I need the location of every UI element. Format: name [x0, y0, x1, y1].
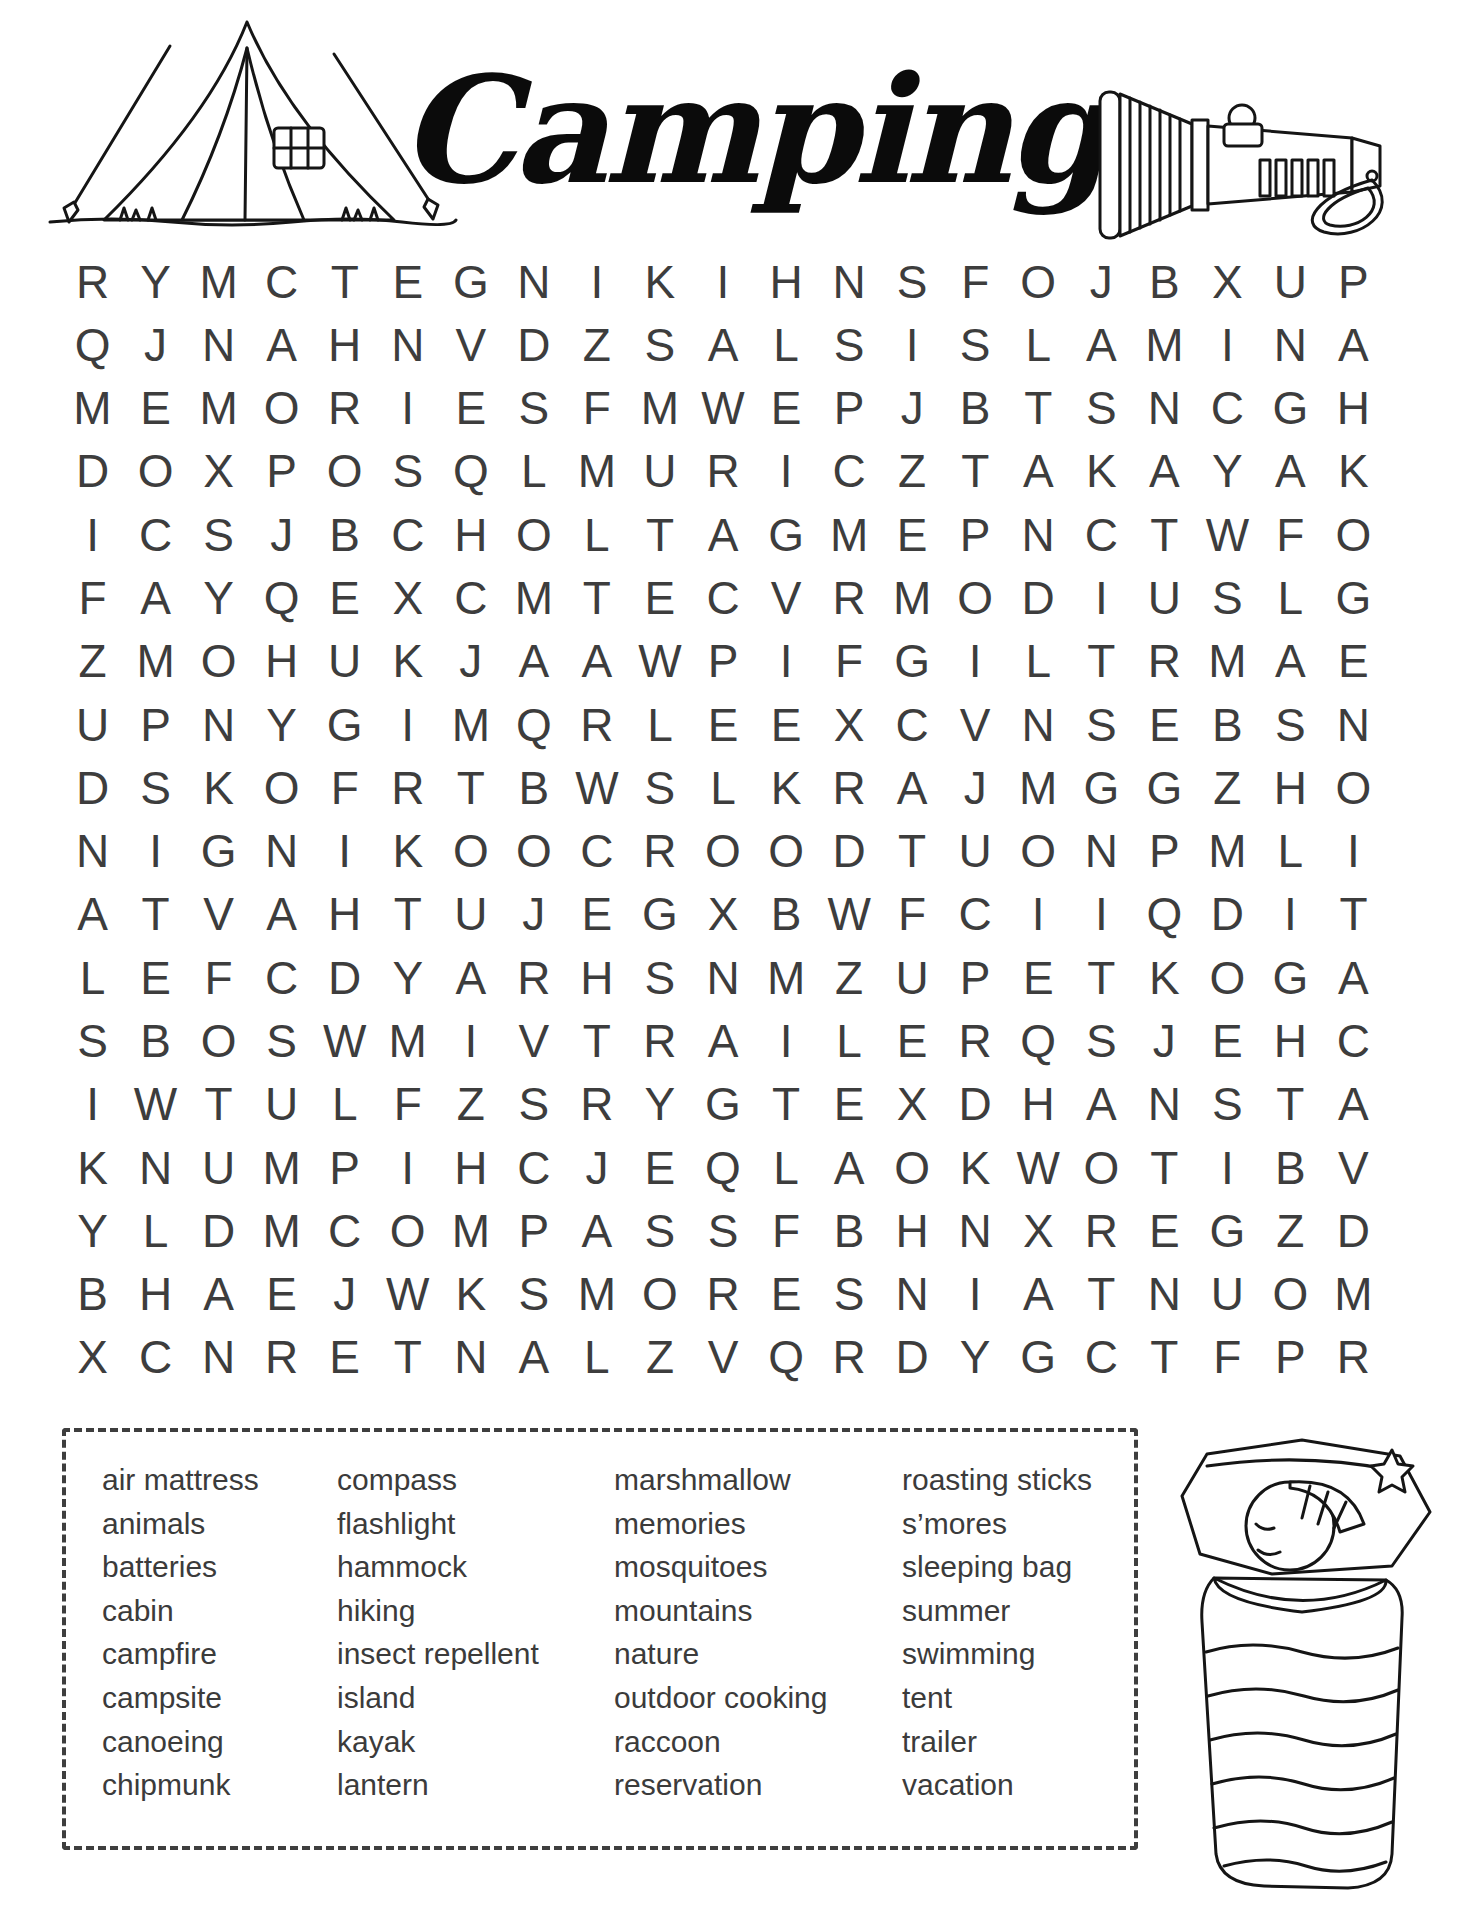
grid-cell-r11c5: H: [313, 883, 376, 946]
word-list-item: chipmunk: [102, 1763, 259, 1807]
grid-cell-r6c7: C: [439, 566, 502, 629]
grid-cell-r16c17: R: [1070, 1199, 1133, 1262]
grid-cell-r16c12: F: [755, 1199, 818, 1262]
word-list-item: air mattress: [102, 1458, 259, 1502]
grid-cell-r1c2: Y: [124, 250, 187, 313]
grid-cell-r16c8: P: [502, 1199, 565, 1262]
grid-cell-r13c2: B: [124, 1009, 187, 1072]
letter-grid: RYMCTEGNIKIHNSFOJBXUPQJNAHNVDZSALSISLAMI…: [61, 250, 1385, 1389]
word-list-item: nature: [614, 1632, 828, 1676]
grid-cell-r16c15: N: [944, 1199, 1007, 1262]
grid-cell-r6c18: U: [1133, 566, 1196, 629]
grid-cell-r6c15: O: [944, 566, 1007, 629]
grid-cell-r7c21: E: [1322, 630, 1385, 693]
grid-cell-r9c7: T: [439, 756, 502, 819]
grid-cell-r3c3: M: [187, 377, 250, 440]
grid-cell-r1c10: K: [628, 250, 691, 313]
grid-cell-r16c1: Y: [61, 1199, 124, 1262]
grid-cell-r6c1: F: [61, 566, 124, 629]
word-list-item: trailer: [902, 1720, 1092, 1764]
grid-cell-r3c13: P: [818, 377, 881, 440]
word-list-item: insect repellent: [337, 1632, 539, 1676]
grid-cell-r1c21: P: [1322, 250, 1385, 313]
grid-cell-r6c2: A: [124, 566, 187, 629]
grid-cell-r17c18: N: [1133, 1262, 1196, 1325]
grid-cell-r9c17: G: [1070, 756, 1133, 819]
grid-cell-r15c17: O: [1070, 1136, 1133, 1199]
grid-cell-r11c19: D: [1196, 883, 1259, 946]
grid-cell-r6c5: E: [313, 566, 376, 629]
grid-cell-r1c15: F: [944, 250, 1007, 313]
grid-cell-r12c6: Y: [376, 946, 439, 1009]
word-list-item: vacation: [902, 1763, 1092, 1807]
grid-cell-r2c6: N: [376, 313, 439, 376]
grid-cell-r2c14: I: [881, 313, 944, 376]
grid-cell-r4c7: Q: [439, 440, 502, 503]
grid-cell-r14c5: L: [313, 1073, 376, 1136]
grid-cell-r16c21: D: [1322, 1199, 1385, 1262]
grid-cell-r7c6: K: [376, 630, 439, 693]
word-list-item: batteries: [102, 1545, 259, 1589]
grid-cell-r5c2: C: [124, 503, 187, 566]
grid-cell-r10c14: T: [881, 820, 944, 883]
grid-cell-r11c4: A: [250, 883, 313, 946]
grid-cell-r6c17: I: [1070, 566, 1133, 629]
word-list-item: canoeing: [102, 1720, 259, 1764]
grid-cell-r10c2: I: [124, 820, 187, 883]
grid-cell-r13c18: J: [1133, 1009, 1196, 1072]
grid-cell-r15c20: B: [1259, 1136, 1322, 1199]
grid-cell-r8c15: V: [944, 693, 1007, 756]
grid-cell-r16c20: Z: [1259, 1199, 1322, 1262]
grid-cell-r15c6: I: [376, 1136, 439, 1199]
grid-cell-r10c11: O: [691, 820, 754, 883]
grid-cell-r9c21: O: [1322, 756, 1385, 819]
sleeping-bag-illustration: [1152, 1426, 1452, 1896]
grid-cell-r2c20: N: [1259, 313, 1322, 376]
grid-cell-r5c15: P: [944, 503, 1007, 566]
grid-cell-r14c2: W: [124, 1073, 187, 1136]
word-list-item: outdoor cooking: [614, 1676, 828, 1720]
grid-cell-r2c21: A: [1322, 313, 1385, 376]
grid-cell-r15c18: T: [1133, 1136, 1196, 1199]
grid-cell-r11c18: Q: [1133, 883, 1196, 946]
grid-cell-r4c16: A: [1007, 440, 1070, 503]
word-list-item: campsite: [102, 1676, 259, 1720]
page-title: Camping: [445, 22, 1060, 237]
grid-cell-r2c5: H: [313, 313, 376, 376]
grid-cell-r17c13: S: [818, 1262, 881, 1325]
grid-cell-r4c21: K: [1322, 440, 1385, 503]
grid-cell-r13c4: S: [250, 1009, 313, 1072]
grid-cell-r13c3: O: [187, 1009, 250, 1072]
grid-cell-r10c9: C: [565, 820, 628, 883]
grid-cell-r3c7: E: [439, 377, 502, 440]
grid-cell-r16c6: O: [376, 1199, 439, 1262]
grid-cell-r3c6: I: [376, 377, 439, 440]
grid-cell-r17c14: N: [881, 1262, 944, 1325]
grid-cell-r9c14: A: [881, 756, 944, 819]
word-list-item: tent: [902, 1676, 1092, 1720]
grid-cell-r17c16: A: [1007, 1262, 1070, 1325]
grid-cell-r14c10: Y: [628, 1073, 691, 1136]
grid-cell-r6c9: T: [565, 566, 628, 629]
grid-cell-r14c18: N: [1133, 1073, 1196, 1136]
grid-cell-r15c7: H: [439, 1136, 502, 1199]
grid-cell-r12c18: K: [1133, 946, 1196, 1009]
grid-cell-r15c8: C: [502, 1136, 565, 1199]
grid-cell-r1c19: X: [1196, 250, 1259, 313]
grid-cell-r8c13: X: [818, 693, 881, 756]
grid-cell-r9c2: S: [124, 756, 187, 819]
grid-cell-r3c2: E: [124, 377, 187, 440]
grid-cell-r17c15: I: [944, 1262, 1007, 1325]
word-column-3: marshmallowmemoriesmosquitoesmountainsna…: [614, 1458, 828, 1807]
grid-cell-r14c16: H: [1007, 1073, 1070, 1136]
grid-cell-r16c7: M: [439, 1199, 502, 1262]
grid-cell-r18c15: Y: [944, 1326, 1007, 1389]
grid-cell-r3c19: C: [1196, 377, 1259, 440]
grid-cell-r8c3: N: [187, 693, 250, 756]
grid-cell-r14c20: T: [1259, 1073, 1322, 1136]
word-list-item: island: [337, 1676, 539, 1720]
grid-cell-r4c20: A: [1259, 440, 1322, 503]
grid-cell-r7c9: A: [565, 630, 628, 693]
grid-cell-r18c11: V: [691, 1326, 754, 1389]
grid-cell-r1c14: S: [881, 250, 944, 313]
grid-cell-r17c17: T: [1070, 1262, 1133, 1325]
word-list-item: lantern: [337, 1763, 539, 1807]
grid-cell-r10c15: U: [944, 820, 1007, 883]
grid-cell-r2c7: V: [439, 313, 502, 376]
grid-cell-r18c7: N: [439, 1326, 502, 1389]
grid-cell-r18c16: G: [1007, 1326, 1070, 1389]
grid-cell-r16c19: G: [1196, 1199, 1259, 1262]
grid-cell-r2c2: J: [124, 313, 187, 376]
grid-cell-r14c1: I: [61, 1073, 124, 1136]
grid-cell-r14c8: S: [502, 1073, 565, 1136]
grid-cell-r12c17: T: [1070, 946, 1133, 1009]
grid-cell-r5c12: G: [755, 503, 818, 566]
grid-cell-r6c13: R: [818, 566, 881, 629]
grid-cell-r15c9: J: [565, 1136, 628, 1199]
grid-cell-r16c5: C: [313, 1199, 376, 1262]
grid-cell-r7c1: Z: [61, 630, 124, 693]
grid-cell-r16c9: A: [565, 1199, 628, 1262]
grid-cell-r2c4: A: [250, 313, 313, 376]
grid-cell-r2c3: N: [187, 313, 250, 376]
grid-cell-r10c1: N: [61, 820, 124, 883]
grid-cell-r11c20: I: [1259, 883, 1322, 946]
grid-cell-r5c13: M: [818, 503, 881, 566]
word-list-item: raccoon: [614, 1720, 828, 1764]
word-column-2: compassflashlighthammockhikinginsect rep…: [337, 1458, 539, 1807]
grid-cell-r18c21: R: [1322, 1326, 1385, 1389]
grid-cell-r1c6: E: [376, 250, 439, 313]
grid-cell-r1c3: M: [187, 250, 250, 313]
grid-cell-r14c15: D: [944, 1073, 1007, 1136]
grid-cell-r11c7: U: [439, 883, 502, 946]
word-column-4: roasting stickss’moressleeping bagsummer…: [902, 1458, 1092, 1807]
grid-cell-r7c8: A: [502, 630, 565, 693]
grid-cell-r12c19: O: [1196, 946, 1259, 1009]
grid-cell-r13c20: H: [1259, 1009, 1322, 1072]
grid-cell-r7c4: H: [250, 630, 313, 693]
grid-cell-r7c17: T: [1070, 630, 1133, 693]
grid-cell-r4c10: U: [628, 440, 691, 503]
grid-cell-r10c4: N: [250, 820, 313, 883]
grid-cell-r15c11: Q: [691, 1136, 754, 1199]
grid-cell-r8c18: E: [1133, 693, 1196, 756]
grid-cell-r4c9: M: [565, 440, 628, 503]
grid-cell-r10c3: G: [187, 820, 250, 883]
grid-cell-r12c9: H: [565, 946, 628, 1009]
grid-cell-r10c7: O: [439, 820, 502, 883]
word-list-item: roasting sticks: [902, 1458, 1092, 1502]
word-list-item: flashlight: [337, 1502, 539, 1546]
grid-cell-r11c10: G: [628, 883, 691, 946]
grid-cell-r10c21: I: [1322, 820, 1385, 883]
grid-cell-r6c16: D: [1007, 566, 1070, 629]
grid-cell-r15c12: L: [755, 1136, 818, 1199]
grid-cell-r17c9: M: [565, 1262, 628, 1325]
grid-cell-r13c21: C: [1322, 1009, 1385, 1072]
grid-cell-r1c7: G: [439, 250, 502, 313]
grid-cell-r9c4: O: [250, 756, 313, 819]
grid-cell-r12c11: N: [691, 946, 754, 1009]
grid-cell-r16c11: S: [691, 1199, 754, 1262]
grid-cell-r17c8: S: [502, 1262, 565, 1325]
grid-cell-r3c4: O: [250, 377, 313, 440]
grid-cell-r10c10: R: [628, 820, 691, 883]
grid-cell-r8c4: Y: [250, 693, 313, 756]
grid-cell-r11c21: T: [1322, 883, 1385, 946]
grid-cell-r9c16: M: [1007, 756, 1070, 819]
grid-cell-r11c11: X: [691, 883, 754, 946]
grid-cell-r12c12: M: [755, 946, 818, 1009]
word-list-item: compass: [337, 1458, 539, 1502]
grid-cell-r7c5: U: [313, 630, 376, 693]
grid-cell-r16c14: H: [881, 1199, 944, 1262]
grid-cell-r13c13: L: [818, 1009, 881, 1072]
grid-cell-r3c16: T: [1007, 377, 1070, 440]
grid-cell-r18c9: L: [565, 1326, 628, 1389]
grid-cell-r14c9: R: [565, 1073, 628, 1136]
grid-cell-r7c11: P: [691, 630, 754, 693]
grid-cell-r8c6: I: [376, 693, 439, 756]
grid-cell-r8c5: G: [313, 693, 376, 756]
grid-cell-r12c3: F: [187, 946, 250, 1009]
grid-cell-r11c17: I: [1070, 883, 1133, 946]
grid-cell-r2c18: M: [1133, 313, 1196, 376]
grid-cell-r2c16: L: [1007, 313, 1070, 376]
grid-cell-r9c1: D: [61, 756, 124, 819]
grid-cell-r4c1: D: [61, 440, 124, 503]
grid-cell-r10c17: N: [1070, 820, 1133, 883]
grid-cell-r6c6: X: [376, 566, 439, 629]
grid-cell-r17c10: O: [628, 1262, 691, 1325]
grid-cell-r13c1: S: [61, 1009, 124, 1072]
grid-cell-r7c14: G: [881, 630, 944, 693]
grid-cell-r6c3: Y: [187, 566, 250, 629]
grid-cell-r6c8: M: [502, 566, 565, 629]
grid-cell-r16c13: B: [818, 1199, 881, 1262]
grid-cell-r5c7: H: [439, 503, 502, 566]
grid-cell-r10c16: O: [1007, 820, 1070, 883]
grid-cell-r15c21: V: [1322, 1136, 1385, 1199]
grid-cell-r16c18: E: [1133, 1199, 1196, 1262]
grid-cell-r1c12: H: [755, 250, 818, 313]
grid-cell-r3c11: W: [691, 377, 754, 440]
word-list-item: marshmallow: [614, 1458, 828, 1502]
grid-cell-r18c10: Z: [628, 1326, 691, 1389]
grid-cell-r10c6: K: [376, 820, 439, 883]
grid-cell-r12c7: A: [439, 946, 502, 1009]
grid-cell-r14c4: U: [250, 1073, 313, 1136]
grid-cell-r5c19: W: [1196, 503, 1259, 566]
grid-cell-r18c14: D: [881, 1326, 944, 1389]
grid-cell-r11c13: W: [818, 883, 881, 946]
grid-cell-r1c1: R: [61, 250, 124, 313]
grid-cell-r1c9: I: [565, 250, 628, 313]
grid-cell-r5c14: E: [881, 503, 944, 566]
word-list-item: hiking: [337, 1589, 539, 1633]
grid-cell-r10c5: I: [313, 820, 376, 883]
grid-cell-r5c17: C: [1070, 503, 1133, 566]
grid-cell-r3c17: S: [1070, 377, 1133, 440]
grid-cell-r1c11: I: [691, 250, 754, 313]
grid-cell-r6c4: Q: [250, 566, 313, 629]
grid-cell-r13c6: M: [376, 1009, 439, 1072]
grid-cell-r15c15: K: [944, 1136, 1007, 1199]
grid-cell-r17c2: H: [124, 1262, 187, 1325]
grid-cell-r14c12: T: [755, 1073, 818, 1136]
grid-cell-r8c11: E: [691, 693, 754, 756]
grid-cell-r18c13: R: [818, 1326, 881, 1389]
grid-cell-r14c13: E: [818, 1073, 881, 1136]
grid-cell-r1c16: O: [1007, 250, 1070, 313]
grid-cell-r2c1: Q: [61, 313, 124, 376]
grid-cell-r14c21: A: [1322, 1073, 1385, 1136]
grid-cell-r4c5: O: [313, 440, 376, 503]
grid-cell-r2c19: I: [1196, 313, 1259, 376]
grid-cell-r12c10: S: [628, 946, 691, 1009]
grid-cell-r6c10: E: [628, 566, 691, 629]
grid-cell-r4c18: A: [1133, 440, 1196, 503]
grid-cell-r5c21: O: [1322, 503, 1385, 566]
grid-cell-r15c2: N: [124, 1136, 187, 1199]
grid-cell-r15c10: E: [628, 1136, 691, 1199]
grid-cell-r6c21: G: [1322, 566, 1385, 629]
grid-cell-r15c13: A: [818, 1136, 881, 1199]
grid-cell-r3c21: H: [1322, 377, 1385, 440]
grid-cell-r13c15: R: [944, 1009, 1007, 1072]
grid-cell-r9c13: R: [818, 756, 881, 819]
grid-cell-r8c1: U: [61, 693, 124, 756]
grid-cell-r17c11: R: [691, 1262, 754, 1325]
grid-cell-r5c9: L: [565, 503, 628, 566]
grid-cell-r4c4: P: [250, 440, 313, 503]
grid-cell-r13c11: A: [691, 1009, 754, 1072]
grid-cell-r3c12: E: [755, 377, 818, 440]
grid-cell-r13c5: W: [313, 1009, 376, 1072]
grid-cell-r14c19: S: [1196, 1073, 1259, 1136]
grid-cell-r6c20: L: [1259, 566, 1322, 629]
grid-cell-r12c13: Z: [818, 946, 881, 1009]
grid-cell-r18c19: F: [1196, 1326, 1259, 1389]
grid-cell-r1c18: B: [1133, 250, 1196, 313]
grid-cell-r13c16: Q: [1007, 1009, 1070, 1072]
grid-cell-r17c20: O: [1259, 1262, 1322, 1325]
grid-cell-r7c15: I: [944, 630, 1007, 693]
grid-cell-r3c9: F: [565, 377, 628, 440]
grid-cell-r4c15: T: [944, 440, 1007, 503]
grid-cell-r8c20: S: [1259, 693, 1322, 756]
grid-cell-r9c19: Z: [1196, 756, 1259, 819]
grid-cell-r14c7: Z: [439, 1073, 502, 1136]
grid-cell-r11c8: J: [502, 883, 565, 946]
grid-cell-r12c2: E: [124, 946, 187, 1009]
grid-cell-r16c3: D: [187, 1199, 250, 1262]
grid-cell-r5c6: C: [376, 503, 439, 566]
grid-cell-r14c11: G: [691, 1073, 754, 1136]
grid-cell-r18c17: C: [1070, 1326, 1133, 1389]
grid-cell-r16c4: M: [250, 1199, 313, 1262]
grid-cell-r13c19: E: [1196, 1009, 1259, 1072]
grid-cell-r9c8: B: [502, 756, 565, 819]
grid-cell-r8c10: L: [628, 693, 691, 756]
grid-cell-r5c20: F: [1259, 503, 1322, 566]
grid-cell-r17c19: U: [1196, 1262, 1259, 1325]
grid-cell-r5c10: T: [628, 503, 691, 566]
grid-cell-r5c3: S: [187, 503, 250, 566]
grid-cell-r2c17: A: [1070, 313, 1133, 376]
grid-cell-r11c12: B: [755, 883, 818, 946]
grid-cell-r1c5: T: [313, 250, 376, 313]
word-list-item: mosquitoes: [614, 1545, 828, 1589]
grid-cell-r10c12: O: [755, 820, 818, 883]
grid-cell-r18c18: T: [1133, 1326, 1196, 1389]
grid-cell-r12c4: C: [250, 946, 313, 1009]
word-list-item: kayak: [337, 1720, 539, 1764]
grid-cell-r11c2: T: [124, 883, 187, 946]
grid-cell-r1c8: N: [502, 250, 565, 313]
grid-cell-r9c6: R: [376, 756, 439, 819]
grid-cell-r11c16: I: [1007, 883, 1070, 946]
grid-cell-r2c10: S: [628, 313, 691, 376]
grid-cell-r5c8: O: [502, 503, 565, 566]
word-list-item: s’mores: [902, 1502, 1092, 1546]
grid-cell-r3c5: R: [313, 377, 376, 440]
grid-cell-r4c6: S: [376, 440, 439, 503]
grid-cell-r2c11: A: [691, 313, 754, 376]
grid-cell-r14c14: X: [881, 1073, 944, 1136]
grid-cell-r1c17: J: [1070, 250, 1133, 313]
grid-cell-r15c4: M: [250, 1136, 313, 1199]
grid-cell-r2c13: S: [818, 313, 881, 376]
grid-cell-r8c8: Q: [502, 693, 565, 756]
word-list-item: summer: [902, 1589, 1092, 1633]
grid-cell-r17c1: B: [61, 1262, 124, 1325]
grid-cell-r6c12: V: [755, 566, 818, 629]
grid-cell-r11c6: T: [376, 883, 439, 946]
grid-cell-r12c16: E: [1007, 946, 1070, 1009]
word-list-item: sleeping bag: [902, 1545, 1092, 1589]
grid-cell-r18c6: T: [376, 1326, 439, 1389]
grid-cell-r7c7: J: [439, 630, 502, 693]
grid-cell-r18c12: Q: [755, 1326, 818, 1389]
grid-cell-r5c16: N: [1007, 503, 1070, 566]
